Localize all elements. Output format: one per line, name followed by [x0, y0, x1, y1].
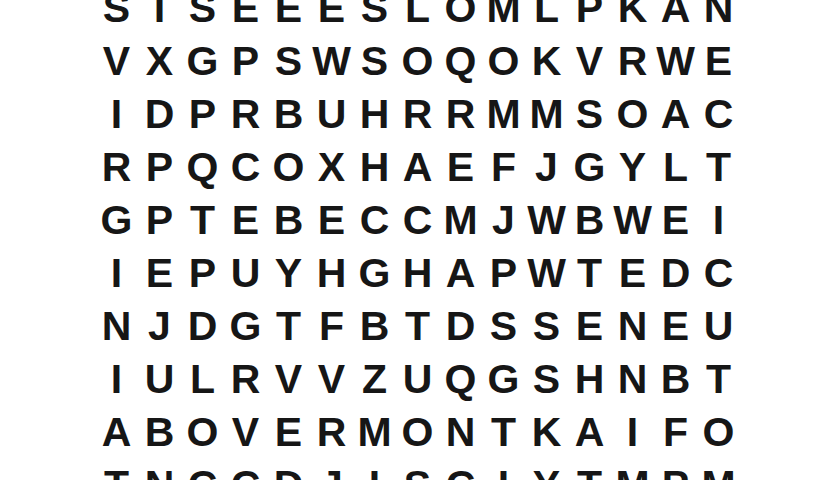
- grid-cell[interactable]: R: [611, 35, 654, 88]
- grid-cell[interactable]: L: [525, 0, 568, 35]
- grid-cell[interactable]: Z: [353, 353, 396, 406]
- grid-cell[interactable]: B: [568, 194, 611, 247]
- grid-cell[interactable]: G: [482, 353, 525, 406]
- grid-cell[interactable]: T: [95, 459, 138, 480]
- grid-cell[interactable]: I: [95, 247, 138, 300]
- grid-cell[interactable]: T: [396, 300, 439, 353]
- grid-cell[interactable]: S: [525, 353, 568, 406]
- grid-cell[interactable]: Y: [525, 459, 568, 480]
- grid-cell[interactable]: E: [224, 194, 267, 247]
- grid-cell[interactable]: W: [310, 35, 353, 88]
- grid-cell[interactable]: I: [482, 459, 525, 480]
- grid-cell[interactable]: G: [224, 300, 267, 353]
- grid-cell[interactable]: J: [525, 141, 568, 194]
- grid-cell[interactable]: Q: [439, 353, 482, 406]
- grid-cell[interactable]: M: [439, 194, 482, 247]
- grid-cell[interactable]: S: [267, 35, 310, 88]
- grid-cell[interactable]: O: [181, 406, 224, 459]
- grid-cell[interactable]: L: [396, 0, 439, 35]
- grid-cell[interactable]: M: [482, 0, 525, 35]
- grid-cell[interactable]: N: [697, 0, 740, 35]
- grid-cell[interactable]: A: [654, 0, 697, 35]
- grid-cell[interactable]: D: [439, 300, 482, 353]
- grid-cell[interactable]: H: [396, 247, 439, 300]
- grid-cell[interactable]: E: [568, 300, 611, 353]
- grid-cell[interactable]: W: [525, 247, 568, 300]
- grid-cell[interactable]: K: [611, 0, 654, 35]
- grid-cell[interactable]: W: [525, 194, 568, 247]
- grid-cell[interactable]: B: [654, 353, 697, 406]
- grid-cell[interactable]: F: [482, 141, 525, 194]
- grid-cell[interactable]: M: [525, 88, 568, 141]
- grid-cell[interactable]: C: [224, 141, 267, 194]
- grid-cell[interactable]: P: [568, 0, 611, 35]
- grid-cell[interactable]: G: [568, 141, 611, 194]
- grid-cell[interactable]: O: [396, 35, 439, 88]
- grid-cell[interactable]: A: [568, 406, 611, 459]
- grid-cell[interactable]: P: [482, 247, 525, 300]
- grid-cell[interactable]: E: [310, 0, 353, 35]
- grid-cell[interactable]: H: [353, 88, 396, 141]
- grid-cell[interactable]: U: [697, 300, 740, 353]
- grid-cell[interactable]: P: [654, 459, 697, 480]
- grid-cell[interactable]: T: [568, 247, 611, 300]
- grid-cell[interactable]: Q: [439, 35, 482, 88]
- grid-cell[interactable]: C: [396, 194, 439, 247]
- grid-cell[interactable]: A: [95, 406, 138, 459]
- grid-cell[interactable]: S: [95, 0, 138, 35]
- grid-cell[interactable]: R: [224, 353, 267, 406]
- grid-cell[interactable]: O: [482, 35, 525, 88]
- grid-cell[interactable]: S: [525, 300, 568, 353]
- grid-cell[interactable]: J: [310, 459, 353, 480]
- grid-cell[interactable]: K: [525, 35, 568, 88]
- grid-cell[interactable]: D: [267, 459, 310, 480]
- grid-cell[interactable]: M: [353, 406, 396, 459]
- grid-cell[interactable]: P: [224, 35, 267, 88]
- grid-cell[interactable]: U: [138, 353, 181, 406]
- grid-cell[interactable]: C: [224, 459, 267, 480]
- grid-cell[interactable]: O: [267, 141, 310, 194]
- grid-cell[interactable]: R: [396, 88, 439, 141]
- grid-cell[interactable]: C: [353, 194, 396, 247]
- grid-cell[interactable]: C: [439, 459, 482, 480]
- grid-cell[interactable]: D: [138, 88, 181, 141]
- grid-cell[interactable]: E: [267, 0, 310, 35]
- grid-cell[interactable]: T: [568, 459, 611, 480]
- word-search-grid: STSEEESLOMLPKANVXGPSWSOQOKVRWEIDPRBUHRRM…: [95, 0, 740, 480]
- grid-cell[interactable]: M: [611, 459, 654, 480]
- grid-cell[interactable]: K: [525, 406, 568, 459]
- grid-cell[interactable]: R: [95, 141, 138, 194]
- grid-cell[interactable]: Y: [267, 247, 310, 300]
- grid-cell[interactable]: I: [697, 194, 740, 247]
- grid-cell[interactable]: I: [611, 406, 654, 459]
- grid-cell[interactable]: U: [224, 247, 267, 300]
- grid-cell[interactable]: E: [439, 141, 482, 194]
- grid-cell[interactable]: W: [654, 35, 697, 88]
- grid-cell[interactable]: L: [181, 353, 224, 406]
- grid-cell[interactable]: U: [310, 88, 353, 141]
- grid-cell[interactable]: C: [181, 459, 224, 480]
- grid-cell[interactable]: V: [310, 353, 353, 406]
- grid-cell[interactable]: F: [654, 406, 697, 459]
- grid-cell[interactable]: V: [224, 406, 267, 459]
- grid-cell[interactable]: M: [697, 459, 740, 480]
- grid-cell[interactable]: E: [224, 0, 267, 35]
- grid-cell[interactable]: G: [95, 194, 138, 247]
- grid-cell[interactable]: E: [310, 194, 353, 247]
- grid-cell[interactable]: E: [654, 194, 697, 247]
- grid-cell[interactable]: P: [181, 88, 224, 141]
- grid-cell[interactable]: L: [654, 141, 697, 194]
- grid-cell[interactable]: T: [181, 194, 224, 247]
- grid-cell[interactable]: H: [353, 141, 396, 194]
- grid-cell[interactable]: G: [181, 35, 224, 88]
- grid-cell[interactable]: T: [267, 300, 310, 353]
- grid-cell[interactable]: H: [310, 247, 353, 300]
- grid-cell[interactable]: C: [697, 247, 740, 300]
- grid-cell[interactable]: N: [95, 300, 138, 353]
- grid-cell[interactable]: S: [482, 300, 525, 353]
- grid-cell[interactable]: P: [181, 247, 224, 300]
- grid-cell[interactable]: T: [697, 141, 740, 194]
- grid-cell[interactable]: O: [439, 0, 482, 35]
- grid-cell[interactable]: T: [697, 353, 740, 406]
- grid-cell[interactable]: S: [353, 0, 396, 35]
- grid-cell[interactable]: P: [138, 194, 181, 247]
- grid-cell[interactable]: O: [611, 88, 654, 141]
- grid-cell[interactable]: A: [654, 88, 697, 141]
- grid-cell[interactable]: D: [654, 247, 697, 300]
- grid-cell[interactable]: E: [138, 247, 181, 300]
- grid-cell[interactable]: X: [138, 35, 181, 88]
- grid-cell[interactable]: J: [482, 194, 525, 247]
- grid-cell[interactable]: U: [396, 353, 439, 406]
- grid-cell[interactable]: O: [396, 406, 439, 459]
- grid-cell[interactable]: I: [95, 353, 138, 406]
- grid-cell[interactable]: A: [439, 247, 482, 300]
- grid-cell[interactable]: T: [138, 0, 181, 35]
- grid-cell[interactable]: S: [568, 88, 611, 141]
- word-search-page: STSEEESLOMLPKANVXGPSWSOQOKVRWEIDPRBUHRRM…: [0, 0, 840, 480]
- grid-cell[interactable]: R: [310, 406, 353, 459]
- grid-cell[interactable]: V: [568, 35, 611, 88]
- grid-cell[interactable]: V: [267, 353, 310, 406]
- grid-cell[interactable]: J: [138, 300, 181, 353]
- grid-cell[interactable]: S: [181, 0, 224, 35]
- grid-cell[interactable]: T: [482, 406, 525, 459]
- grid-cell[interactable]: N: [138, 459, 181, 480]
- grid-cell[interactable]: B: [267, 194, 310, 247]
- grid-cell[interactable]: Y: [611, 141, 654, 194]
- grid-cell[interactable]: A: [396, 141, 439, 194]
- grid-cell[interactable]: G: [353, 247, 396, 300]
- grid-cell[interactable]: E: [611, 247, 654, 300]
- grid-cell[interactable]: E: [654, 300, 697, 353]
- grid-cell[interactable]: N: [439, 406, 482, 459]
- grid-cell[interactable]: B: [267, 88, 310, 141]
- grid-cell[interactable]: E: [697, 35, 740, 88]
- grid-cell[interactable]: D: [181, 300, 224, 353]
- grid-cell[interactable]: R: [439, 88, 482, 141]
- grid-cell[interactable]: B: [138, 406, 181, 459]
- grid-cell[interactable]: C: [697, 88, 740, 141]
- grid-cell[interactable]: E: [267, 406, 310, 459]
- grid-cell[interactable]: S: [396, 459, 439, 480]
- grid-cell[interactable]: N: [611, 300, 654, 353]
- grid-cell[interactable]: O: [697, 406, 740, 459]
- grid-cell[interactable]: M: [482, 88, 525, 141]
- grid-cell[interactable]: P: [138, 141, 181, 194]
- grid-cell[interactable]: H: [568, 353, 611, 406]
- grid-cell[interactable]: I: [353, 459, 396, 480]
- grid-cell[interactable]: X: [310, 141, 353, 194]
- grid-cell[interactable]: R: [224, 88, 267, 141]
- grid-cell[interactable]: F: [310, 300, 353, 353]
- grid-cell[interactable]: B: [353, 300, 396, 353]
- grid-cell[interactable]: V: [95, 35, 138, 88]
- grid-cell[interactable]: S: [353, 35, 396, 88]
- grid-cell[interactable]: N: [611, 353, 654, 406]
- grid-cell[interactable]: Q: [181, 141, 224, 194]
- grid-cell[interactable]: I: [95, 88, 138, 141]
- grid-cell[interactable]: W: [611, 194, 654, 247]
